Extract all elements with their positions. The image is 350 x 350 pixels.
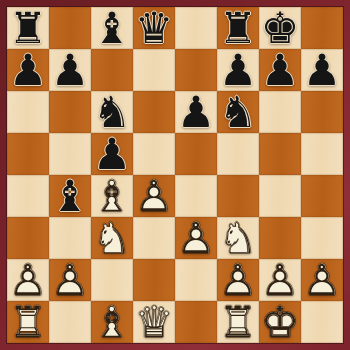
- piece-black-knight[interactable]: ♞: [91, 91, 133, 133]
- square-a5[interactable]: [7, 133, 49, 175]
- square-g5[interactable]: [259, 133, 301, 175]
- square-f3[interactable]: ♞♘: [217, 217, 259, 259]
- pawn-outline-glyph: ♙: [301, 259, 343, 301]
- square-h3[interactable]: [301, 217, 343, 259]
- square-h8[interactable]: [301, 7, 343, 49]
- square-f1[interactable]: ♜♖: [217, 301, 259, 343]
- piece-white-pawn[interactable]: ♟♙: [175, 217, 217, 259]
- square-f2[interactable]: ♟♙: [217, 259, 259, 301]
- square-c6[interactable]: ♞: [91, 91, 133, 133]
- piece-black-pawn[interactable]: ♟: [301, 49, 343, 91]
- pawn-glyph: ♟: [301, 49, 343, 91]
- square-c1[interactable]: ♝♗: [91, 301, 133, 343]
- square-f5[interactable]: [217, 133, 259, 175]
- piece-white-bishop[interactable]: ♝♗: [91, 175, 133, 217]
- square-g8[interactable]: ♚: [259, 7, 301, 49]
- rook-glyph: ♜: [217, 7, 259, 49]
- pawn-outline-glyph: ♙: [49, 259, 91, 301]
- square-g6[interactable]: [259, 91, 301, 133]
- piece-black-rook[interactable]: ♜: [7, 7, 49, 49]
- queen-glyph: ♛: [133, 7, 175, 49]
- square-e4[interactable]: [175, 175, 217, 217]
- square-e6[interactable]: ♟: [175, 91, 217, 133]
- square-b1[interactable]: [49, 301, 91, 343]
- square-b4[interactable]: ♝: [49, 175, 91, 217]
- pawn-outline-glyph: ♙: [7, 259, 49, 301]
- square-c8[interactable]: ♝: [91, 7, 133, 49]
- square-f4[interactable]: [217, 175, 259, 217]
- square-c5[interactable]: ♟: [91, 133, 133, 175]
- piece-white-bishop[interactable]: ♝♗: [91, 301, 133, 343]
- square-c3[interactable]: ♞♘: [91, 217, 133, 259]
- pawn-outline-glyph: ♙: [217, 259, 259, 301]
- piece-white-rook[interactable]: ♜♖: [217, 301, 259, 343]
- knight-outline-glyph: ♘: [217, 217, 259, 259]
- square-h6[interactable]: [301, 91, 343, 133]
- square-f7[interactable]: ♟: [217, 49, 259, 91]
- square-e5[interactable]: [175, 133, 217, 175]
- square-g1[interactable]: ♚♔: [259, 301, 301, 343]
- square-c4[interactable]: ♝♗: [91, 175, 133, 217]
- piece-white-pawn[interactable]: ♟♙: [259, 259, 301, 301]
- rook-outline-glyph: ♖: [7, 301, 49, 343]
- piece-black-pawn[interactable]: ♟: [91, 133, 133, 175]
- piece-black-rook[interactable]: ♜: [217, 7, 259, 49]
- square-c2[interactable]: [91, 259, 133, 301]
- king-outline-glyph: ♔: [259, 301, 301, 343]
- queen-outline-glyph: ♕: [133, 301, 175, 343]
- piece-white-pawn[interactable]: ♟♙: [301, 259, 343, 301]
- piece-black-bishop[interactable]: ♝: [49, 175, 91, 217]
- piece-black-pawn[interactable]: ♟: [7, 49, 49, 91]
- bishop-glyph: ♝: [49, 175, 91, 217]
- pawn-glyph: ♟: [91, 133, 133, 175]
- piece-black-queen[interactable]: ♛: [133, 7, 175, 49]
- square-a3[interactable]: [7, 217, 49, 259]
- square-a6[interactable]: [7, 91, 49, 133]
- pawn-glyph: ♟: [49, 49, 91, 91]
- square-a4[interactable]: [7, 175, 49, 217]
- square-e3[interactable]: ♟♙: [175, 217, 217, 259]
- piece-white-pawn[interactable]: ♟♙: [49, 259, 91, 301]
- piece-black-pawn[interactable]: ♟: [259, 49, 301, 91]
- piece-black-pawn[interactable]: ♟: [175, 91, 217, 133]
- chess-board: ♜♝♛♜♚♟♟♟♟♟♞♟♞♟♝♝♗♟♙♞♘♟♙♞♘♟♙♟♙♟♙♟♙♟♙♜♖♝♗♛…: [7, 7, 343, 343]
- bishop-outline-glyph: ♗: [91, 301, 133, 343]
- piece-black-bishop[interactable]: ♝: [91, 7, 133, 49]
- piece-white-pawn[interactable]: ♟♙: [217, 259, 259, 301]
- square-f8[interactable]: ♜: [217, 7, 259, 49]
- piece-black-pawn[interactable]: ♟: [217, 49, 259, 91]
- square-h1[interactable]: [301, 301, 343, 343]
- square-e1[interactable]: [175, 301, 217, 343]
- square-b7[interactable]: ♟: [49, 49, 91, 91]
- piece-white-pawn[interactable]: ♟♙: [133, 175, 175, 217]
- square-d3[interactable]: [133, 217, 175, 259]
- knight-glyph: ♞: [217, 91, 259, 133]
- knight-outline-glyph: ♘: [91, 217, 133, 259]
- square-b5[interactable]: [49, 133, 91, 175]
- square-h5[interactable]: [301, 133, 343, 175]
- square-a7[interactable]: ♟: [7, 49, 49, 91]
- piece-white-queen[interactable]: ♛♕: [133, 301, 175, 343]
- square-g3[interactable]: [259, 217, 301, 259]
- square-b2[interactable]: ♟♙: [49, 259, 91, 301]
- rook-outline-glyph: ♖: [217, 301, 259, 343]
- square-d1[interactable]: ♛♕: [133, 301, 175, 343]
- pawn-glyph: ♟: [7, 49, 49, 91]
- piece-white-king[interactable]: ♚♔: [259, 301, 301, 343]
- pawn-glyph: ♟: [175, 91, 217, 133]
- square-a8[interactable]: ♜: [7, 7, 49, 49]
- pawn-outline-glyph: ♙: [175, 217, 217, 259]
- piece-white-rook[interactable]: ♜♖: [7, 301, 49, 343]
- board-frame: ♜♝♛♜♚♟♟♟♟♟♞♟♞♟♝♝♗♟♙♞♘♟♙♞♘♟♙♟♙♟♙♟♙♟♙♜♖♝♗♛…: [0, 0, 350, 350]
- square-f6[interactable]: ♞: [217, 91, 259, 133]
- square-a1[interactable]: ♜♖: [7, 301, 49, 343]
- piece-white-pawn[interactable]: ♟♙: [7, 259, 49, 301]
- square-h4[interactable]: [301, 175, 343, 217]
- bishop-outline-glyph: ♗: [91, 175, 133, 217]
- square-b8[interactable]: [49, 7, 91, 49]
- piece-black-knight[interactable]: ♞: [217, 91, 259, 133]
- square-g7[interactable]: ♟: [259, 49, 301, 91]
- pawn-glyph: ♟: [217, 49, 259, 91]
- square-g2[interactable]: ♟♙: [259, 259, 301, 301]
- square-d6[interactable]: [133, 91, 175, 133]
- piece-black-pawn[interactable]: ♟: [49, 49, 91, 91]
- square-d5[interactable]: [133, 133, 175, 175]
- bishop-glyph: ♝: [91, 7, 133, 49]
- pawn-outline-glyph: ♙: [259, 259, 301, 301]
- square-e8[interactable]: [175, 7, 217, 49]
- piece-black-king[interactable]: ♚: [259, 7, 301, 49]
- square-a2[interactable]: ♟♙: [7, 259, 49, 301]
- square-g4[interactable]: [259, 175, 301, 217]
- square-d7[interactable]: [133, 49, 175, 91]
- square-e7[interactable]: [175, 49, 217, 91]
- square-d2[interactable]: [133, 259, 175, 301]
- square-c7[interactable]: [91, 49, 133, 91]
- pawn-outline-glyph: ♙: [133, 175, 175, 217]
- square-d8[interactable]: ♛: [133, 7, 175, 49]
- square-h2[interactable]: ♟♙: [301, 259, 343, 301]
- square-b3[interactable]: [49, 217, 91, 259]
- square-b6[interactable]: [49, 91, 91, 133]
- square-h7[interactable]: ♟: [301, 49, 343, 91]
- king-glyph: ♚: [259, 7, 301, 49]
- knight-glyph: ♞: [91, 91, 133, 133]
- piece-white-knight[interactable]: ♞♘: [91, 217, 133, 259]
- rook-glyph: ♜: [7, 7, 49, 49]
- pawn-glyph: ♟: [259, 49, 301, 91]
- square-e2[interactable]: [175, 259, 217, 301]
- piece-white-knight[interactable]: ♞♘: [217, 217, 259, 259]
- square-d4[interactable]: ♟♙: [133, 175, 175, 217]
